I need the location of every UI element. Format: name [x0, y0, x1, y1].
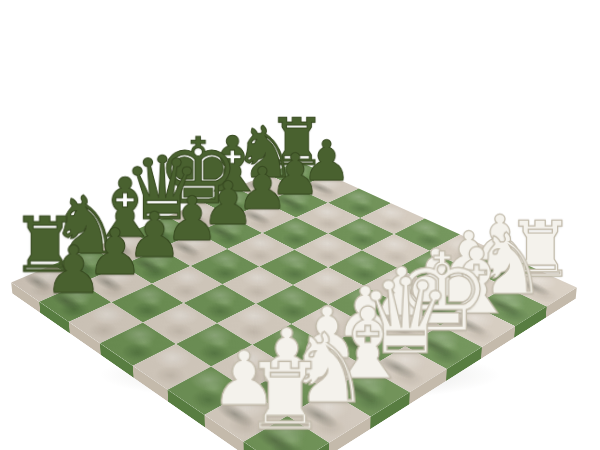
chess-board: ♜♞♝♛♚♝♞♜♟♟♟♟♟♟♟♟♟♟♟♟♟♟♟♟♜♞♝♛♚♝♞♜ — [11, 161, 577, 450]
piece-white-rook-a1[interactable]: ♜ — [244, 416, 330, 450]
rook-glyph: ♜ — [188, 351, 382, 443]
chess-scene: ♜♞♝♛♚♝♞♜♟♟♟♟♟♟♟♟♟♟♟♟♟♟♟♟♜♞♝♛♚♝♞♜ — [0, 0, 600, 450]
pawn-glyph: ♟ — [0, 237, 155, 303]
chess-product-photo: ♜♞♝♛♚♝♞♜♟♟♟♟♟♟♟♟♟♟♟♟♟♟♟♟♜♞♝♛♚♝♞♜ — [0, 0, 600, 450]
